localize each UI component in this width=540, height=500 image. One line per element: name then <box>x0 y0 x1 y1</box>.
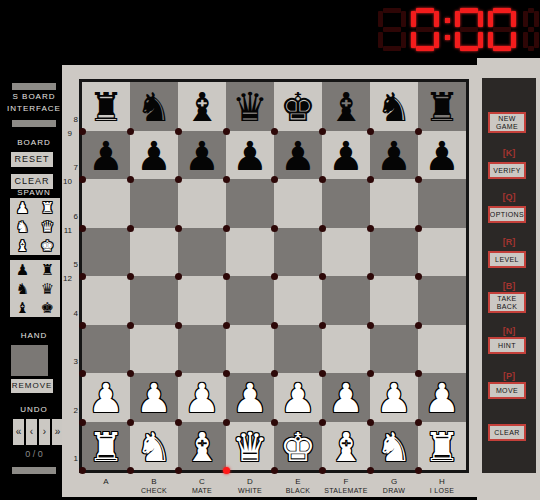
square-b4[interactable] <box>130 276 178 325</box>
spawn-white-pawn[interactable]: ♟ <box>10 198 35 217</box>
led-indicator <box>127 176 134 183</box>
piece-white-rook: ♜ <box>82 422 130 471</box>
square-c6[interactable] <box>178 179 226 228</box>
square-d5[interactable] <box>226 228 274 277</box>
square-b1[interactable]: ♞ <box>130 422 178 471</box>
spawn-section-label: SPAWN <box>0 188 68 197</box>
led-indicator <box>127 322 134 329</box>
piece-white-knight: ♞ <box>130 422 178 471</box>
key-label-b: [B] <box>482 281 536 291</box>
piece-black-pawn: ♟ <box>82 131 130 180</box>
square-f1[interactable]: ♝ <box>322 422 370 471</box>
square-d4[interactable] <box>226 276 274 325</box>
clock-digit-0 <box>455 8 483 51</box>
led-indicator <box>271 370 278 377</box>
led-indicator <box>127 370 134 377</box>
square-a3[interactable] <box>82 325 130 374</box>
hand-section-label: HAND <box>0 331 68 340</box>
square-b7[interactable]: ♟ <box>130 131 178 180</box>
led-indicator <box>127 467 134 474</box>
led-indicator <box>271 467 278 474</box>
piece-black-pawn: ♟ <box>226 131 274 180</box>
led-indicator <box>319 370 326 377</box>
rank-label-4: 4 <box>60 309 78 318</box>
led-indicator <box>367 225 374 232</box>
key-label-q: [Q] <box>482 192 536 202</box>
square-f3[interactable] <box>322 325 370 374</box>
divider <box>12 467 56 474</box>
piece-black-pawn: ♟ <box>178 131 226 180</box>
piece-white-pawn: ♟ <box>418 373 466 422</box>
square-h7[interactable]: ♟ <box>418 131 466 180</box>
clear-button[interactable]: CLEAR <box>488 424 526 441</box>
rank-label-11: 11 <box>55 226 72 235</box>
led-indicator <box>367 128 374 135</box>
square-g4[interactable] <box>370 276 418 325</box>
rank-label-5: 5 <box>60 260 78 269</box>
square-b3[interactable] <box>130 325 178 374</box>
square-a5[interactable] <box>82 228 130 277</box>
board-section-label: BOARD <box>0 138 68 147</box>
led-indicator-lit <box>223 467 230 474</box>
led-indicator <box>127 128 134 135</box>
led-indicator <box>415 273 422 280</box>
spawn-tray-white: ♟♜♞♛♝♚ <box>10 198 60 255</box>
move-button[interactable]: MOVE <box>488 382 526 399</box>
options-button[interactable]: OPTIONS <box>488 206 526 223</box>
led-indicator <box>175 370 182 377</box>
led-indicator <box>127 225 134 232</box>
led-indicator <box>175 176 182 183</box>
square-g7[interactable]: ♟ <box>370 131 418 180</box>
led-indicator <box>415 322 422 329</box>
hand-slot[interactable] <box>11 345 48 376</box>
led-indicator <box>319 419 326 426</box>
square-g3[interactable] <box>370 325 418 374</box>
led-indicator <box>319 128 326 135</box>
clock-ghost-digit <box>523 8 539 51</box>
led-indicator <box>367 370 374 377</box>
piece-black-bishop: ♝ <box>322 82 370 131</box>
square-d1[interactable]: ♛ <box>226 422 274 471</box>
board-frame: ♜♞♝♛♚♝♞♜♟♟♟♟♟♟♟♟♟♟♟♟♟♟♟♟♜♞♝♛♚♝♞♜ <box>62 65 477 497</box>
status-word-i-lose: I LOSE <box>412 487 472 494</box>
square-h1[interactable]: ♜ <box>418 422 466 471</box>
square-e8[interactable]: ♚ <box>274 82 322 131</box>
led-indicator <box>319 225 326 232</box>
square-f6[interactable] <box>322 179 370 228</box>
led-indicator <box>271 322 278 329</box>
square-c1[interactable]: ♝ <box>178 422 226 471</box>
square-g2[interactable]: ♟ <box>370 373 418 422</box>
piece-black-queen: ♛ <box>226 82 274 131</box>
piece-white-rook: ♜ <box>418 422 466 471</box>
square-a2[interactable]: ♟ <box>82 373 130 422</box>
square-d7[interactable]: ♟ <box>226 131 274 180</box>
piece-white-pawn: ♟ <box>226 373 274 422</box>
led-indicator <box>79 322 86 329</box>
led-indicator <box>271 176 278 183</box>
spawn-white-rook[interactable]: ♜ <box>35 198 60 217</box>
square-e4[interactable] <box>274 276 322 325</box>
clock-digit-0 <box>488 8 516 51</box>
rank-label-7: 7 <box>60 163 78 172</box>
led-indicator <box>367 467 374 474</box>
square-e3[interactable] <box>274 325 322 374</box>
sidebar-title-line1: S BOARD <box>0 92 68 101</box>
square-a8[interactable]: ♜ <box>82 82 130 131</box>
square-h3[interactable] <box>418 325 466 374</box>
file-label-D: D <box>226 477 274 486</box>
remove-button[interactable]: REMOVE <box>11 379 53 393</box>
rank-label-2: 2 <box>60 406 78 415</box>
led-indicator <box>271 273 278 280</box>
square-a1[interactable]: ♜ <box>82 422 130 471</box>
led-indicator <box>223 273 230 280</box>
led-indicator <box>223 370 230 377</box>
led-indicator <box>175 273 182 280</box>
led-indicator <box>319 467 326 474</box>
led-indicator <box>175 225 182 232</box>
square-f8[interactable]: ♝ <box>322 82 370 131</box>
chess-board: ♜♞♝♛♚♝♞♜♟♟♟♟♟♟♟♟♟♟♟♟♟♟♟♟♜♞♝♛♚♝♞♜ <box>79 79 469 473</box>
square-g8[interactable]: ♞ <box>370 82 418 131</box>
led-indicator <box>79 176 86 183</box>
led-indicator <box>79 273 86 280</box>
key-label-n: [N] <box>482 326 536 336</box>
piece-white-knight: ♞ <box>370 422 418 471</box>
piece-black-knight: ♞ <box>370 82 418 131</box>
piece-black-knight: ♞ <box>130 82 178 131</box>
file-label-C: C <box>178 477 226 486</box>
rank-label-10: 10 <box>55 177 72 186</box>
square-e6[interactable] <box>274 179 322 228</box>
square-d3[interactable] <box>226 325 274 374</box>
redo-button[interactable]: › <box>39 419 50 445</box>
piece-black-pawn: ♟ <box>274 131 322 180</box>
led-indicator <box>175 322 182 329</box>
rank-label-3: 3 <box>60 357 78 366</box>
clock-colon <box>444 8 452 51</box>
square-c8[interactable]: ♝ <box>178 82 226 131</box>
led-indicator <box>127 419 134 426</box>
led-indicator <box>79 467 86 474</box>
piece-black-pawn: ♟ <box>370 131 418 180</box>
rank-label-8: 8 <box>60 115 78 124</box>
piece-black-rook: ♜ <box>82 82 130 131</box>
file-label-E: E <box>274 477 322 486</box>
led-indicator <box>175 467 182 474</box>
file-label-H: H <box>418 477 466 486</box>
chess-interface-screen: S BOARD INTERFACE BOARD RESET CLEAR SPAW… <box>0 0 540 500</box>
square-h4[interactable] <box>418 276 466 325</box>
piece-white-pawn: ♟ <box>178 373 226 422</box>
right-button-panel: NEW GAME[K]VERIFY[Q]OPTIONS[R]LEVEL[B]TA… <box>482 78 536 473</box>
undo-button[interactable]: ‹ <box>26 419 37 445</box>
square-c4[interactable] <box>178 276 226 325</box>
square-g1[interactable]: ♞ <box>370 422 418 471</box>
square-c5[interactable] <box>178 228 226 277</box>
led-indicator <box>367 176 374 183</box>
rank-label-12: 12 <box>55 274 72 283</box>
square-g6[interactable] <box>370 179 418 228</box>
led-indicator <box>271 225 278 232</box>
square-e1[interactable]: ♚ <box>274 422 322 471</box>
square-b2[interactable]: ♟ <box>130 373 178 422</box>
led-indicator <box>223 176 230 183</box>
square-h5[interactable] <box>418 228 466 277</box>
led-indicator <box>223 225 230 232</box>
led-indicator <box>223 128 230 135</box>
led-indicator <box>415 176 422 183</box>
undo-all-button[interactable]: « <box>13 419 24 445</box>
piece-black-pawn: ♟ <box>322 131 370 180</box>
square-d8[interactable]: ♛ <box>226 82 274 131</box>
piece-white-king: ♚ <box>274 422 322 471</box>
key-label-r: [R] <box>482 237 536 247</box>
led-indicator <box>79 370 86 377</box>
led-indicator <box>367 419 374 426</box>
piece-white-pawn: ♟ <box>130 373 178 422</box>
piece-white-pawn: ♟ <box>370 373 418 422</box>
piece-white-bishop: ♝ <box>178 422 226 471</box>
led-indicator <box>271 128 278 135</box>
square-h8[interactable]: ♜ <box>418 82 466 131</box>
spawn-tray-black: ♟♜♞♛♝♚ <box>10 260 60 317</box>
rank-label-6: 6 <box>60 212 78 221</box>
piece-black-pawn: ♟ <box>130 131 178 180</box>
led-indicator <box>127 273 134 280</box>
key-label-p: [P] <box>482 371 536 381</box>
square-c2[interactable]: ♟ <box>178 373 226 422</box>
led-indicator <box>415 370 422 377</box>
square-b8[interactable]: ♞ <box>130 82 178 131</box>
square-b5[interactable] <box>130 228 178 277</box>
file-label-B: B <box>130 477 178 486</box>
piece-white-pawn: ♟ <box>322 373 370 422</box>
piece-white-bishop: ♝ <box>322 422 370 471</box>
square-b6[interactable] <box>130 179 178 228</box>
level-button[interactable]: LEVEL <box>488 251 526 268</box>
piece-white-pawn: ♟ <box>82 373 130 422</box>
spawn-white-bishop[interactable]: ♝ <box>10 236 35 255</box>
led-indicator <box>223 322 230 329</box>
hint-button[interactable]: HINT <box>488 337 526 354</box>
led-indicator <box>271 419 278 426</box>
square-e2[interactable]: ♟ <box>274 373 322 422</box>
square-d6[interactable] <box>226 179 274 228</box>
piece-white-queen: ♛ <box>226 422 274 471</box>
piece-black-bishop: ♝ <box>178 82 226 131</box>
spawn-black-bishop[interactable]: ♝ <box>10 298 35 317</box>
key-label-k: [K] <box>482 148 536 158</box>
led-indicator <box>175 419 182 426</box>
led-indicator <box>415 128 422 135</box>
spawn-white-king[interactable]: ♚ <box>35 236 60 255</box>
divider <box>12 83 56 90</box>
undo-section-label: UNDO <box>0 405 68 414</box>
piece-black-king: ♚ <box>274 82 322 131</box>
sidebar-title-line2: INTERFACE <box>0 104 68 113</box>
square-c7[interactable]: ♟ <box>178 131 226 180</box>
clock-ghost-digit <box>378 8 406 51</box>
square-e5[interactable] <box>274 228 322 277</box>
take-back-button[interactable]: TAKE BACK <box>488 292 526 313</box>
square-e7[interactable]: ♟ <box>274 131 322 180</box>
square-f7[interactable]: ♟ <box>322 131 370 180</box>
square-a6[interactable] <box>82 179 130 228</box>
square-f2[interactable]: ♟ <box>322 373 370 422</box>
led-indicator <box>319 273 326 280</box>
file-label-G: G <box>370 477 418 486</box>
square-c3[interactable] <box>178 325 226 374</box>
led-indicator <box>367 322 374 329</box>
divider <box>12 120 56 127</box>
piece-black-rook: ♜ <box>418 82 466 131</box>
square-h2[interactable]: ♟ <box>418 373 466 422</box>
file-label-A: A <box>82 477 130 486</box>
led-indicator <box>175 128 182 135</box>
square-f5[interactable] <box>322 228 370 277</box>
led-indicator <box>223 419 230 426</box>
square-a7[interactable]: ♟ <box>82 131 130 180</box>
file-label-F: F <box>322 477 370 486</box>
led-indicator <box>319 322 326 329</box>
spawn-black-pawn[interactable]: ♟ <box>10 260 35 279</box>
led-indicator <box>415 419 422 426</box>
led-indicator <box>79 225 86 232</box>
clear-button[interactable]: CLEAR <box>11 174 53 189</box>
led-indicator <box>367 273 374 280</box>
led-indicator <box>79 419 86 426</box>
verify-button[interactable]: VERIFY <box>488 162 526 179</box>
led-indicator <box>415 225 422 232</box>
clock-digit-0 <box>411 8 439 51</box>
spawn-black-king[interactable]: ♚ <box>35 298 60 317</box>
square-d2[interactable]: ♟ <box>226 373 274 422</box>
square-g5[interactable] <box>370 228 418 277</box>
rank-label-1: 1 <box>60 454 78 463</box>
spawn-black-knight[interactable]: ♞ <box>10 279 35 298</box>
square-f4[interactable] <box>322 276 370 325</box>
square-a4[interactable] <box>82 276 130 325</box>
reset-button[interactable]: RESET <box>11 152 53 167</box>
led-indicator <box>79 128 86 135</box>
square-h6[interactable] <box>418 179 466 228</box>
undo-counter: 0 / 0 <box>0 449 68 459</box>
spawn-white-knight[interactable]: ♞ <box>10 217 35 236</box>
piece-black-pawn: ♟ <box>418 131 466 180</box>
led-indicator <box>319 176 326 183</box>
rank-label-9: 9 <box>55 129 72 138</box>
piece-white-pawn: ♟ <box>274 373 322 422</box>
new-game-button[interactable]: NEW GAME <box>488 112 526 133</box>
led-indicator <box>415 467 422 474</box>
